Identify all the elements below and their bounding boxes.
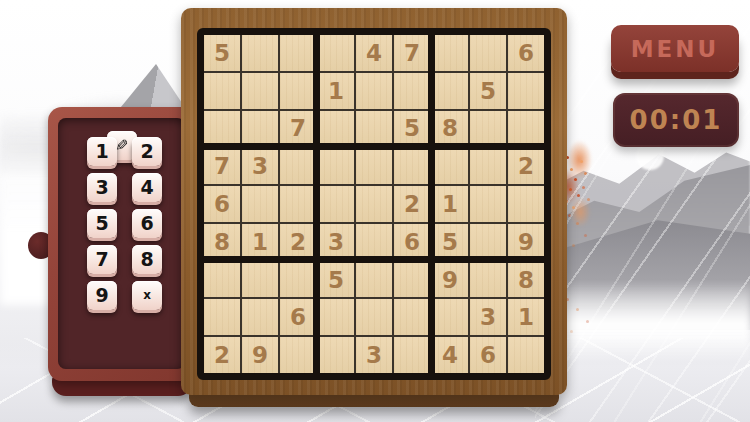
- cell-r2c6[interactable]: [394, 73, 430, 109]
- cell-r2c7[interactable]: [432, 73, 468, 109]
- cell-r3c9[interactable]: [508, 111, 544, 147]
- background-ridge-far: [552, 134, 750, 226]
- digit-key-9[interactable]: 9: [87, 281, 117, 310]
- cell-r2c4[interactable]: 1: [318, 73, 354, 109]
- clue-digit: 6: [518, 40, 534, 66]
- cell-r6c2[interactable]: 1: [242, 224, 278, 260]
- clue-digit: 7: [290, 115, 306, 141]
- cell-r4c3[interactable]: [280, 148, 316, 184]
- clue-digit: 1: [518, 304, 534, 330]
- cell-r3c3[interactable]: 7: [280, 111, 316, 147]
- cell-r8c2[interactable]: [242, 299, 278, 335]
- cell-r2c2[interactable]: [242, 73, 278, 109]
- cell-r1c2[interactable]: [242, 35, 278, 71]
- cell-r3c7[interactable]: 8: [432, 111, 468, 147]
- cell-r9c8[interactable]: 6: [470, 337, 506, 373]
- cell-r6c9[interactable]: 9: [508, 224, 544, 260]
- clue-digit: 4: [366, 40, 382, 66]
- cell-r1c9[interactable]: 6: [508, 35, 544, 71]
- clue-digit: 3: [328, 229, 344, 255]
- cell-r2c9[interactable]: [508, 73, 544, 109]
- game-screen: 123456789x ✎ 547615758732621812365959863…: [0, 0, 750, 422]
- cell-r7c7[interactable]: 9: [432, 262, 468, 298]
- cell-r8c5[interactable]: [356, 299, 392, 335]
- cell-r9c2[interactable]: 9: [242, 337, 278, 373]
- cell-r5c3[interactable]: [280, 186, 316, 222]
- cell-r8c3[interactable]: 6: [280, 299, 316, 335]
- clue-digit: 7: [214, 153, 230, 179]
- cell-r7c1[interactable]: [204, 262, 240, 298]
- digit-key-7[interactable]: 7: [87, 245, 117, 274]
- cell-r9c3[interactable]: [280, 337, 316, 373]
- clue-digit: 9: [442, 267, 458, 293]
- digit-key-8[interactable]: 8: [132, 245, 162, 274]
- cell-r5c8[interactable]: [470, 186, 506, 222]
- cell-r7c9[interactable]: 8: [508, 262, 544, 298]
- clue-digit: 5: [442, 229, 458, 255]
- clue-digit: 9: [252, 342, 268, 368]
- board-base: [189, 393, 559, 407]
- cell-r6c8[interactable]: [470, 224, 506, 260]
- number-tray: 123456789x ✎: [48, 107, 195, 381]
- clue-digit: 8: [214, 229, 230, 255]
- clue-digit: 8: [518, 267, 534, 293]
- cell-r5c9[interactable]: [508, 186, 544, 222]
- clue-digit: 6: [290, 304, 306, 330]
- cell-r8c6[interactable]: [394, 299, 430, 335]
- cell-r6c5[interactable]: [356, 224, 392, 260]
- cell-r9c6[interactable]: [394, 337, 430, 373]
- cell-r4c8[interactable]: [470, 148, 506, 184]
- background-mist-right: [535, 282, 750, 360]
- cell-r6c3[interactable]: 2: [280, 224, 316, 260]
- cell-r7c5[interactable]: [356, 262, 392, 298]
- cell-r3c6[interactable]: 5: [394, 111, 430, 147]
- cell-r1c7[interactable]: [432, 35, 468, 71]
- clue-digit: 5: [480, 78, 496, 104]
- clue-digit: 7: [404, 40, 420, 66]
- menu-button[interactable]: MENU: [611, 25, 739, 72]
- cell-r2c1[interactable]: [204, 73, 240, 109]
- clue-digit: 3: [252, 153, 268, 179]
- box-line-horizontal-1: [204, 143, 544, 150]
- cell-r8c4[interactable]: [318, 299, 354, 335]
- cell-r9c1[interactable]: 2: [204, 337, 240, 373]
- cell-r3c5[interactable]: [356, 111, 392, 147]
- clue-digit: 1: [252, 229, 268, 255]
- cell-r1c3[interactable]: [280, 35, 316, 71]
- cell-r6c6[interactable]: 6: [394, 224, 430, 260]
- digit-key-4[interactable]: 4: [132, 173, 162, 202]
- sudoku-grid: 547615758732621812365959863129346: [204, 35, 544, 373]
- pencil-icon: ✎: [115, 133, 128, 159]
- board-frame: 547615758732621812365959863129346: [197, 28, 551, 380]
- cell-r1c6[interactable]: 7: [394, 35, 430, 71]
- clue-digit: 8: [442, 115, 458, 141]
- cell-r6c1[interactable]: 8: [204, 224, 240, 260]
- cell-r9c7[interactable]: 4: [432, 337, 468, 373]
- cell-r4c4[interactable]: [318, 148, 354, 184]
- clue-digit: 9: [518, 229, 534, 255]
- digit-key-1[interactable]: 1: [87, 137, 117, 166]
- clue-digit: 5: [404, 115, 420, 141]
- clue-digit: 3: [480, 304, 496, 330]
- cell-r4c2[interactable]: 3: [242, 148, 278, 184]
- clue-digit: 2: [290, 229, 306, 255]
- cell-r7c3[interactable]: [280, 262, 316, 298]
- cell-r1c8[interactable]: [470, 35, 506, 71]
- box-line-vertical-1: [313, 35, 320, 373]
- digit-key-6[interactable]: 6: [132, 209, 162, 238]
- clue-digit: 6: [214, 191, 230, 217]
- digit-key-5[interactable]: 5: [87, 209, 117, 238]
- background-ridge-near: [545, 218, 750, 330]
- cell-r3c2[interactable]: [242, 111, 278, 147]
- cell-r7c4[interactable]: 5: [318, 262, 354, 298]
- cell-r7c6[interactable]: [394, 262, 430, 298]
- tray-panel: 123456789x ✎: [58, 118, 185, 369]
- cell-r6c7[interactable]: 5: [432, 224, 468, 260]
- keypad-keys: 123456789x: [87, 137, 162, 310]
- cell-r5c7[interactable]: 1: [432, 186, 468, 222]
- cell-r7c2[interactable]: [242, 262, 278, 298]
- cell-r9c9[interactable]: [508, 337, 544, 373]
- cell-r9c4[interactable]: [318, 337, 354, 373]
- cell-r5c4[interactable]: [318, 186, 354, 222]
- cell-r3c8[interactable]: [470, 111, 506, 147]
- cell-r9c5[interactable]: 3: [356, 337, 392, 373]
- cell-r2c5[interactable]: [356, 73, 392, 109]
- cell-r8c8[interactable]: 3: [470, 299, 506, 335]
- clue-digit: 2: [404, 191, 420, 217]
- cell-r5c1[interactable]: 6: [204, 186, 240, 222]
- digit-key-2[interactable]: 2: [132, 137, 162, 166]
- cell-r1c5[interactable]: 4: [356, 35, 392, 71]
- clue-digit: 5: [214, 40, 230, 66]
- cell-r4c5[interactable]: [356, 148, 392, 184]
- cell-r5c2[interactable]: [242, 186, 278, 222]
- cell-r8c7[interactable]: [432, 299, 468, 335]
- cell-r1c4[interactable]: [318, 35, 354, 71]
- cell-r4c9[interactable]: 2: [508, 148, 544, 184]
- cell-r2c8[interactable]: 5: [470, 73, 506, 109]
- cell-r2c3[interactable]: [280, 73, 316, 109]
- cell-r6c4[interactable]: 3: [318, 224, 354, 260]
- cell-r7c8[interactable]: [470, 262, 506, 298]
- cell-r8c1[interactable]: [204, 299, 240, 335]
- box-line-vertical-2: [428, 35, 435, 373]
- background-ridge-mid: [545, 156, 750, 268]
- cell-r4c1[interactable]: 7: [204, 148, 240, 184]
- clue-digit: 2: [518, 153, 534, 179]
- box-line-horizontal-2: [204, 256, 544, 263]
- clue-digit: 1: [442, 191, 458, 217]
- erase-key[interactable]: x: [132, 281, 162, 310]
- cell-r8c9[interactable]: 1: [508, 299, 544, 335]
- cell-r4c6[interactable]: [394, 148, 430, 184]
- clue-digit: 6: [404, 229, 420, 255]
- cell-r5c5[interactable]: [356, 186, 392, 222]
- cell-r5c6[interactable]: 2: [394, 186, 430, 222]
- clue-digit: 3: [366, 342, 382, 368]
- cell-r3c1[interactable]: [204, 111, 240, 147]
- clue-digit: 4: [442, 342, 458, 368]
- cell-r3c4[interactable]: [318, 111, 354, 147]
- sudoku-board: 547615758732621812365959863129346: [181, 8, 567, 395]
- cell-r4c7[interactable]: [432, 148, 468, 184]
- clue-digit: 6: [480, 342, 496, 368]
- digit-key-3[interactable]: 3: [87, 173, 117, 202]
- timer-display: 00:01: [613, 93, 739, 147]
- clue-digit: 1: [328, 78, 344, 104]
- clue-digit: 5: [328, 267, 344, 293]
- clue-digit: 2: [214, 342, 230, 368]
- cell-r1c1[interactable]: 5: [204, 35, 240, 71]
